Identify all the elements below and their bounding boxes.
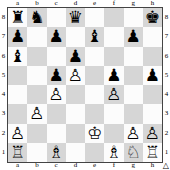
rank-label-1: 1 [0, 143, 7, 162]
file-label-b: b [27, 0, 46, 7]
square-d8[interactable]: ♛ [66, 8, 85, 27]
square-d4[interactable] [66, 85, 85, 104]
file-label-h: h [143, 0, 162, 7]
square-e1[interactable] [85, 143, 104, 162]
rank-label-2: 2 [0, 124, 7, 143]
board: ♜♞♛♚♟♟♝♟♝♟♟♙♟♟♙♙♙♙♔♙♙♖♗♗♘♖ [7, 7, 163, 163]
white-pawn-icon: ♙ [126, 125, 141, 142]
square-e6[interactable] [85, 47, 104, 66]
square-a3[interactable] [8, 104, 27, 123]
rank-label-8: 8 [0, 8, 7, 27]
square-h5[interactable]: ♟ [143, 66, 162, 85]
rank-label-3: 3 [0, 104, 7, 123]
square-a5[interactable] [8, 66, 27, 85]
white-pawn-icon: ♙ [68, 67, 83, 84]
square-a7[interactable]: ♟ [8, 27, 27, 46]
rank-label-7: 7 [163, 27, 170, 46]
square-e3[interactable] [85, 104, 104, 123]
square-g5[interactable] [124, 66, 143, 85]
rank-label-6: 6 [163, 47, 170, 66]
square-h2[interactable]: ♙ [143, 124, 162, 143]
black-pawn-icon: ♟ [145, 67, 160, 84]
white-pawn-icon: ♙ [29, 105, 44, 122]
square-c7[interactable]: ♟ [47, 27, 66, 46]
square-b4[interactable] [27, 85, 46, 104]
square-f1[interactable]: ♗ [104, 143, 123, 162]
square-c8[interactable] [47, 8, 66, 27]
square-c3[interactable] [47, 104, 66, 123]
white-pawn-icon: ♙ [106, 86, 121, 103]
black-pawn-icon: ♟ [49, 28, 64, 45]
square-c1[interactable]: ♗ [47, 143, 66, 162]
white-king-icon: ♔ [87, 125, 102, 142]
rank-labels-left: 87654321 [0, 8, 7, 162]
file-label-b: b [27, 162, 46, 169]
file-label-e: e [85, 0, 104, 7]
square-d5[interactable]: ♙ [66, 66, 85, 85]
square-g4[interactable] [124, 85, 143, 104]
square-d6[interactable]: ♟ [66, 47, 85, 66]
square-c6[interactable] [47, 47, 66, 66]
file-label-h: h [143, 162, 162, 169]
square-a4[interactable] [8, 85, 27, 104]
chess-diagram: abcdefgh 87654321 ♜♞♛♚♟♟♝♟♝♟♟♙♟♟♙♙♙♙♔♙♙♖… [0, 0, 170, 170]
white-pawn-icon: ♙ [10, 125, 25, 142]
white-pawn-icon: ♙ [145, 125, 160, 142]
rank-labels-right: 87654321 [163, 8, 170, 162]
white-bishop-icon: ♗ [106, 144, 121, 161]
square-b8[interactable]: ♞ [27, 8, 46, 27]
square-f3[interactable] [104, 104, 123, 123]
white-rook-icon: ♖ [145, 144, 160, 161]
square-g6[interactable] [124, 47, 143, 66]
square-f5[interactable]: ♟ [104, 66, 123, 85]
file-label-f: f [104, 0, 123, 7]
rank-label-2: 2 [163, 124, 170, 143]
file-label-f: f [104, 162, 123, 169]
square-b3[interactable]: ♙ [27, 104, 46, 123]
file-label-g: g [124, 162, 143, 169]
square-b2[interactable] [27, 124, 46, 143]
square-g3[interactable] [124, 104, 143, 123]
square-b7[interactable] [27, 27, 46, 46]
square-d2[interactable] [66, 124, 85, 143]
square-h7[interactable] [143, 27, 162, 46]
file-labels-bottom: abcdefgh [8, 162, 162, 169]
file-label-a: a [8, 162, 27, 169]
square-f7[interactable] [104, 27, 123, 46]
square-g8[interactable] [124, 8, 143, 27]
file-labels-top: abcdefgh [8, 0, 162, 7]
square-g2[interactable]: ♙ [124, 124, 143, 143]
file-label-a: a [8, 0, 27, 7]
rank-label-1: 1 [163, 143, 170, 162]
rank-label-5: 5 [0, 66, 7, 85]
black-pawn-icon: ♟ [10, 28, 25, 45]
square-h1[interactable]: ♖ [143, 143, 162, 162]
square-h6[interactable] [143, 47, 162, 66]
square-g7[interactable]: ♟ [124, 27, 143, 46]
square-b1[interactable] [27, 143, 46, 162]
white-bishop-icon: ♗ [49, 144, 64, 161]
file-label-c: c [47, 0, 66, 7]
square-f8[interactable] [104, 8, 123, 27]
rank-label-8: 8 [163, 8, 170, 27]
square-d3[interactable] [66, 104, 85, 123]
square-h8[interactable]: ♚ [143, 8, 162, 27]
square-h4[interactable] [143, 85, 162, 104]
black-pawn-icon: ♟ [49, 67, 64, 84]
square-c5[interactable]: ♟ [47, 66, 66, 85]
black-knight-icon: ♞ [29, 9, 44, 26]
square-f2[interactable] [104, 124, 123, 143]
black-bishop-icon: ♝ [87, 28, 102, 45]
black-bishop-icon: ♝ [10, 48, 25, 65]
file-label-c: c [47, 162, 66, 169]
square-b6[interactable] [27, 47, 46, 66]
rank-label-5: 5 [163, 66, 170, 85]
square-e4[interactable] [85, 85, 104, 104]
square-c2[interactable] [47, 124, 66, 143]
file-label-d: d [66, 0, 85, 7]
rank-label-4: 4 [163, 85, 170, 104]
file-label-e: e [85, 162, 104, 169]
black-pawn-icon: ♟ [68, 48, 83, 65]
black-queen-icon: ♛ [68, 9, 83, 26]
square-f4[interactable]: ♙ [104, 85, 123, 104]
square-a8[interactable]: ♜ [8, 8, 27, 27]
white-pawn-icon: ♙ [49, 86, 64, 103]
square-g1[interactable]: ♘ [124, 143, 143, 162]
square-b5[interactable] [27, 66, 46, 85]
square-a2[interactable]: ♙ [8, 124, 27, 143]
square-e7[interactable]: ♝ [85, 27, 104, 46]
white-knight-icon: ♘ [126, 144, 141, 161]
rank-label-4: 4 [0, 85, 7, 104]
square-d1[interactable] [66, 143, 85, 162]
black-pawn-icon: ♟ [126, 28, 141, 45]
black-king-icon: ♚ [145, 9, 160, 26]
square-e8[interactable] [85, 8, 104, 27]
black-rook-icon: ♜ [10, 9, 25, 26]
square-h3[interactable] [143, 104, 162, 123]
square-e5[interactable] [85, 66, 104, 85]
square-a1[interactable]: ♖ [8, 143, 27, 162]
white-to-move-icon: △ [163, 162, 169, 170]
rank-label-3: 3 [163, 104, 170, 123]
white-rook-icon: ♖ [10, 144, 25, 161]
black-pawn-icon: ♟ [106, 67, 121, 84]
square-c4[interactable]: ♙ [47, 85, 66, 104]
square-a6[interactable]: ♝ [8, 47, 27, 66]
square-d7[interactable] [66, 27, 85, 46]
file-label-d: d [66, 162, 85, 169]
rank-label-7: 7 [0, 27, 7, 46]
rank-label-6: 6 [0, 47, 7, 66]
square-f6[interactable] [104, 47, 123, 66]
square-e2[interactable]: ♔ [85, 124, 104, 143]
file-label-g: g [124, 0, 143, 7]
